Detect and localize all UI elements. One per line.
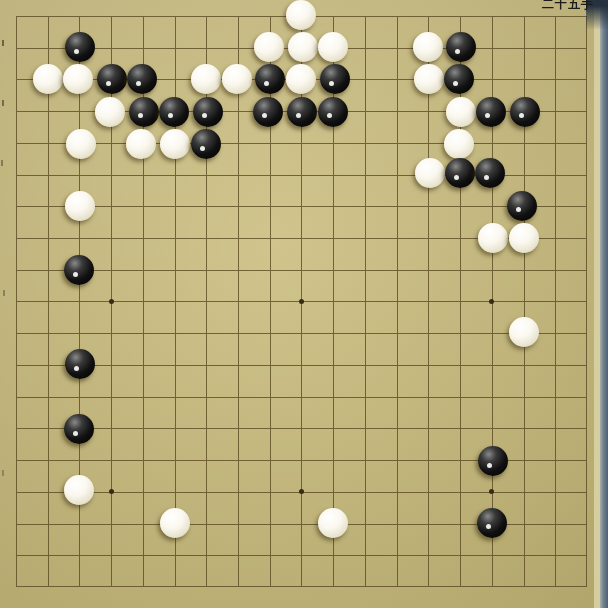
white-stone-B17[interactable]: [33, 64, 63, 94]
corner-caption: 二十五手: [542, 0, 594, 13]
white-stone-D16[interactable]: [95, 97, 125, 127]
white-stone-C15[interactable]: [66, 129, 96, 159]
black-stone-J16[interactable]: [253, 97, 283, 127]
black-stone-P14[interactable]: [445, 158, 475, 188]
scan-artifacts: [2, 40, 4, 46]
white-stone-P15[interactable]: [444, 129, 474, 159]
white-stone-L18[interactable]: [318, 32, 348, 62]
white-stone-K19[interactable]: [286, 0, 316, 30]
stones-layer: [0, 0, 608, 608]
white-stone-P16[interactable]: [446, 97, 476, 127]
star-point-Q10: [489, 299, 494, 304]
black-stone-P17[interactable]: [444, 64, 474, 94]
white-stone-E15[interactable]: [126, 129, 156, 159]
white-stone-C13[interactable]: [65, 191, 95, 221]
black-stone-P18[interactable]: [446, 32, 476, 62]
white-stone-O14[interactable]: [415, 158, 445, 188]
white-stone-R12[interactable]: [509, 223, 539, 253]
star-point-K10: [299, 299, 304, 304]
black-stone-C6[interactable]: [64, 414, 94, 444]
black-stone-Q14[interactable]: [475, 158, 505, 188]
star-point-K4: [299, 489, 304, 494]
white-stone-F3[interactable]: [160, 508, 190, 538]
white-stone-G17[interactable]: [191, 64, 221, 94]
white-stone-K17[interactable]: [286, 64, 316, 94]
white-stone-O17[interactable]: [414, 64, 444, 94]
black-stone-C18[interactable]: [65, 32, 95, 62]
white-stone-Q12[interactable]: [478, 223, 508, 253]
star-point-Q4: [489, 489, 494, 494]
black-stone-D17[interactable]: [97, 64, 127, 94]
star-point-D4: [109, 489, 114, 494]
black-stone-E16[interactable]: [129, 97, 159, 127]
black-stone-G16[interactable]: [193, 97, 223, 127]
black-stone-G15[interactable]: [191, 129, 221, 159]
white-stone-K18[interactable]: [288, 32, 318, 62]
black-stone-F16[interactable]: [159, 97, 189, 127]
black-stone-Q3[interactable]: [477, 508, 507, 538]
white-stone-J18[interactable]: [254, 32, 284, 62]
black-stone-L16[interactable]: [318, 97, 348, 127]
black-stone-E17[interactable]: [127, 64, 157, 94]
black-stone-C8[interactable]: [65, 349, 95, 379]
white-stone-L3[interactable]: [318, 508, 348, 538]
black-stone-L17[interactable]: [320, 64, 350, 94]
black-stone-Q5[interactable]: [478, 446, 508, 476]
white-stone-C4[interactable]: [64, 475, 94, 505]
black-stone-R16[interactable]: [510, 97, 540, 127]
white-stone-C17[interactable]: [63, 64, 93, 94]
white-stone-O18[interactable]: [413, 32, 443, 62]
black-stone-Q16[interactable]: [476, 97, 506, 127]
black-stone-C11[interactable]: [64, 255, 94, 285]
white-stone-F15[interactable]: [160, 129, 190, 159]
white-stone-R9[interactable]: [509, 317, 539, 347]
board-right-edge: [600, 0, 608, 608]
white-stone-H17[interactable]: [222, 64, 252, 94]
black-stone-J17[interactable]: [255, 64, 285, 94]
go-board-photo: 二十五手: [0, 0, 608, 608]
black-stone-R13[interactable]: [507, 191, 537, 221]
star-point-D10: [109, 299, 114, 304]
black-stone-K16[interactable]: [287, 97, 317, 127]
